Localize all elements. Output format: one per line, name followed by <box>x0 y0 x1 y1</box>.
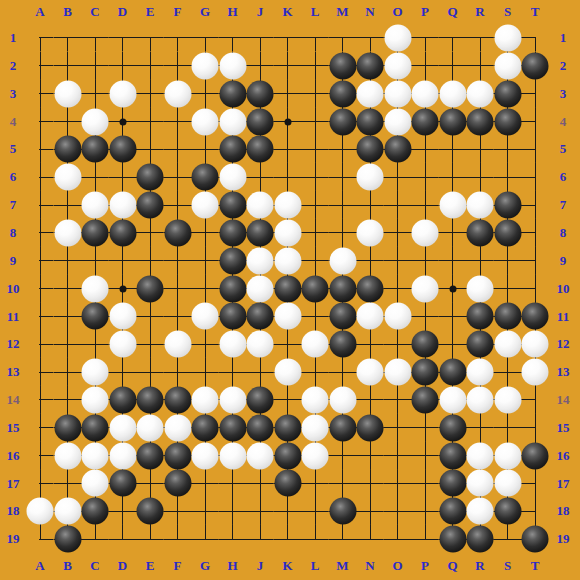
intersection-L14[interactable] <box>301 386 329 414</box>
intersection-C19[interactable] <box>81 525 109 553</box>
intersection-F1[interactable] <box>164 24 192 52</box>
intersection-M12[interactable] <box>329 330 357 358</box>
intersection-N11[interactable] <box>356 303 384 331</box>
intersection-H5[interactable] <box>219 135 247 163</box>
intersection-B1[interactable] <box>54 24 82 52</box>
intersection-Q2[interactable] <box>439 52 467 80</box>
intersection-M19[interactable] <box>329 525 357 553</box>
intersection-E9[interactable] <box>136 247 164 275</box>
intersection-L16[interactable] <box>301 442 329 470</box>
intersection-B9[interactable] <box>54 247 82 275</box>
intersection-J7[interactable] <box>246 191 274 219</box>
intersection-D15[interactable] <box>109 414 137 442</box>
intersection-F18[interactable] <box>164 497 192 525</box>
intersection-R18[interactable] <box>466 497 494 525</box>
intersection-B10[interactable] <box>54 275 82 303</box>
intersection-J1[interactable] <box>246 24 274 52</box>
intersection-M16[interactable] <box>329 442 357 470</box>
intersection-G9[interactable] <box>191 247 219 275</box>
intersection-P5[interactable] <box>411 135 439 163</box>
intersection-C2[interactable] <box>81 52 109 80</box>
intersection-L11[interactable] <box>301 303 329 331</box>
intersection-N6[interactable] <box>356 163 384 191</box>
intersection-D17[interactable] <box>109 470 137 498</box>
intersection-A16[interactable] <box>26 442 54 470</box>
intersection-E17[interactable] <box>136 470 164 498</box>
intersection-T6[interactable] <box>521 163 549 191</box>
intersection-F12[interactable] <box>164 330 192 358</box>
intersection-M10[interactable] <box>329 275 357 303</box>
intersection-J11[interactable] <box>246 303 274 331</box>
intersection-G6[interactable] <box>191 163 219 191</box>
intersection-S16[interactable] <box>494 442 522 470</box>
intersection-T11[interactable] <box>521 303 549 331</box>
intersection-D2[interactable] <box>109 52 137 80</box>
intersection-C13[interactable] <box>81 358 109 386</box>
intersection-D9[interactable] <box>109 247 137 275</box>
intersection-P6[interactable] <box>411 163 439 191</box>
intersection-R11[interactable] <box>466 303 494 331</box>
intersection-O1[interactable] <box>384 24 412 52</box>
intersection-S14[interactable] <box>494 386 522 414</box>
intersection-B14[interactable] <box>54 386 82 414</box>
intersection-B16[interactable] <box>54 442 82 470</box>
intersection-S11[interactable] <box>494 303 522 331</box>
intersection-Q17[interactable] <box>439 470 467 498</box>
intersection-Q11[interactable] <box>439 303 467 331</box>
intersection-G8[interactable] <box>191 219 219 247</box>
intersection-K13[interactable] <box>274 358 302 386</box>
intersection-O8[interactable] <box>384 219 412 247</box>
intersection-G13[interactable] <box>191 358 219 386</box>
intersection-C7[interactable] <box>81 191 109 219</box>
intersection-K19[interactable] <box>274 525 302 553</box>
intersection-S9[interactable] <box>494 247 522 275</box>
intersection-Q14[interactable] <box>439 386 467 414</box>
intersection-E10[interactable] <box>136 275 164 303</box>
intersection-H17[interactable] <box>219 470 247 498</box>
intersection-E19[interactable] <box>136 525 164 553</box>
intersection-C10[interactable] <box>81 275 109 303</box>
intersection-C4[interactable] <box>81 108 109 136</box>
intersection-R19[interactable] <box>466 525 494 553</box>
intersection-B4[interactable] <box>54 108 82 136</box>
intersection-N4[interactable] <box>356 108 384 136</box>
intersection-M9[interactable] <box>329 247 357 275</box>
intersection-D3[interactable] <box>109 80 137 108</box>
intersection-K7[interactable] <box>274 191 302 219</box>
intersection-T14[interactable] <box>521 386 549 414</box>
intersection-T18[interactable] <box>521 497 549 525</box>
intersection-E11[interactable] <box>136 303 164 331</box>
intersection-J13[interactable] <box>246 358 274 386</box>
intersection-A15[interactable] <box>26 414 54 442</box>
intersection-O16[interactable] <box>384 442 412 470</box>
intersection-H16[interactable] <box>219 442 247 470</box>
intersection-K1[interactable] <box>274 24 302 52</box>
intersection-M8[interactable] <box>329 219 357 247</box>
intersection-H1[interactable] <box>219 24 247 52</box>
intersection-E4[interactable] <box>136 108 164 136</box>
intersection-R8[interactable] <box>466 219 494 247</box>
intersection-L6[interactable] <box>301 163 329 191</box>
intersection-L13[interactable] <box>301 358 329 386</box>
intersection-H13[interactable] <box>219 358 247 386</box>
intersection-A8[interactable] <box>26 219 54 247</box>
intersection-A6[interactable] <box>26 163 54 191</box>
intersection-Q8[interactable] <box>439 219 467 247</box>
intersection-R12[interactable] <box>466 330 494 358</box>
intersection-A11[interactable] <box>26 303 54 331</box>
intersection-F19[interactable] <box>164 525 192 553</box>
intersection-A1[interactable] <box>26 24 54 52</box>
intersection-H6[interactable] <box>219 163 247 191</box>
intersection-G19[interactable] <box>191 525 219 553</box>
intersection-P18[interactable] <box>411 497 439 525</box>
intersection-G15[interactable] <box>191 414 219 442</box>
intersection-R6[interactable] <box>466 163 494 191</box>
intersection-N12[interactable] <box>356 330 384 358</box>
intersection-T10[interactable] <box>521 275 549 303</box>
intersection-Q10[interactable] <box>439 275 467 303</box>
intersection-L18[interactable] <box>301 497 329 525</box>
intersection-J9[interactable] <box>246 247 274 275</box>
intersection-P12[interactable] <box>411 330 439 358</box>
intersection-P3[interactable] <box>411 80 439 108</box>
intersection-R1[interactable] <box>466 24 494 52</box>
intersection-S5[interactable] <box>494 135 522 163</box>
intersection-R14[interactable] <box>466 386 494 414</box>
intersection-K16[interactable] <box>274 442 302 470</box>
intersection-K3[interactable] <box>274 80 302 108</box>
intersection-N14[interactable] <box>356 386 384 414</box>
intersection-L5[interactable] <box>301 135 329 163</box>
intersection-T16[interactable] <box>521 442 549 470</box>
intersection-H15[interactable] <box>219 414 247 442</box>
intersection-D18[interactable] <box>109 497 137 525</box>
intersection-Q3[interactable] <box>439 80 467 108</box>
intersection-C15[interactable] <box>81 414 109 442</box>
intersection-A19[interactable] <box>26 525 54 553</box>
intersection-A12[interactable] <box>26 330 54 358</box>
intersection-Q18[interactable] <box>439 497 467 525</box>
intersection-P10[interactable] <box>411 275 439 303</box>
intersection-Q16[interactable] <box>439 442 467 470</box>
intersection-K5[interactable] <box>274 135 302 163</box>
intersection-L10[interactable] <box>301 275 329 303</box>
intersection-B17[interactable] <box>54 470 82 498</box>
intersection-D8[interactable] <box>109 219 137 247</box>
intersection-S18[interactable] <box>494 497 522 525</box>
intersection-S17[interactable] <box>494 470 522 498</box>
intersection-L3[interactable] <box>301 80 329 108</box>
intersection-K4[interactable] <box>274 108 302 136</box>
intersection-N18[interactable] <box>356 497 384 525</box>
intersection-G11[interactable] <box>191 303 219 331</box>
intersection-B18[interactable] <box>54 497 82 525</box>
intersection-R4[interactable] <box>466 108 494 136</box>
intersection-A9[interactable] <box>26 247 54 275</box>
intersection-H7[interactable] <box>219 191 247 219</box>
intersection-F4[interactable] <box>164 108 192 136</box>
intersection-G10[interactable] <box>191 275 219 303</box>
intersection-O19[interactable] <box>384 525 412 553</box>
intersection-A5[interactable] <box>26 135 54 163</box>
intersection-O7[interactable] <box>384 191 412 219</box>
intersection-H19[interactable] <box>219 525 247 553</box>
intersection-O4[interactable] <box>384 108 412 136</box>
intersection-D19[interactable] <box>109 525 137 553</box>
intersection-O11[interactable] <box>384 303 412 331</box>
intersection-M15[interactable] <box>329 414 357 442</box>
intersection-F3[interactable] <box>164 80 192 108</box>
intersection-Q5[interactable] <box>439 135 467 163</box>
intersection-F7[interactable] <box>164 191 192 219</box>
intersection-T15[interactable] <box>521 414 549 442</box>
intersection-C11[interactable] <box>81 303 109 331</box>
intersection-A4[interactable] <box>26 108 54 136</box>
intersection-J2[interactable] <box>246 52 274 80</box>
intersection-G7[interactable] <box>191 191 219 219</box>
intersection-D14[interactable] <box>109 386 137 414</box>
intersection-H18[interactable] <box>219 497 247 525</box>
intersection-T19[interactable] <box>521 525 549 553</box>
intersection-M6[interactable] <box>329 163 357 191</box>
intersection-M11[interactable] <box>329 303 357 331</box>
intersection-K6[interactable] <box>274 163 302 191</box>
intersection-Q9[interactable] <box>439 247 467 275</box>
intersection-L9[interactable] <box>301 247 329 275</box>
intersection-M3[interactable] <box>329 80 357 108</box>
intersection-O3[interactable] <box>384 80 412 108</box>
intersection-F8[interactable] <box>164 219 192 247</box>
intersection-J15[interactable] <box>246 414 274 442</box>
intersection-G2[interactable] <box>191 52 219 80</box>
intersection-T9[interactable] <box>521 247 549 275</box>
intersection-D16[interactable] <box>109 442 137 470</box>
intersection-F10[interactable] <box>164 275 192 303</box>
intersection-P4[interactable] <box>411 108 439 136</box>
intersection-C5[interactable] <box>81 135 109 163</box>
intersection-P13[interactable] <box>411 358 439 386</box>
intersection-O12[interactable] <box>384 330 412 358</box>
intersection-B12[interactable] <box>54 330 82 358</box>
intersection-A10[interactable] <box>26 275 54 303</box>
intersection-C3[interactable] <box>81 80 109 108</box>
intersection-P7[interactable] <box>411 191 439 219</box>
intersection-E16[interactable] <box>136 442 164 470</box>
intersection-B11[interactable] <box>54 303 82 331</box>
intersection-J6[interactable] <box>246 163 274 191</box>
intersection-O15[interactable] <box>384 414 412 442</box>
intersection-O17[interactable] <box>384 470 412 498</box>
intersection-D12[interactable] <box>109 330 137 358</box>
intersection-R7[interactable] <box>466 191 494 219</box>
intersection-R15[interactable] <box>466 414 494 442</box>
intersection-S4[interactable] <box>494 108 522 136</box>
intersection-M5[interactable] <box>329 135 357 163</box>
intersection-B13[interactable] <box>54 358 82 386</box>
intersection-D5[interactable] <box>109 135 137 163</box>
intersection-L2[interactable] <box>301 52 329 80</box>
intersection-N17[interactable] <box>356 470 384 498</box>
intersection-T4[interactable] <box>521 108 549 136</box>
intersection-E6[interactable] <box>136 163 164 191</box>
intersection-D7[interactable] <box>109 191 137 219</box>
intersection-N9[interactable] <box>356 247 384 275</box>
intersection-L8[interactable] <box>301 219 329 247</box>
intersection-P15[interactable] <box>411 414 439 442</box>
intersection-G17[interactable] <box>191 470 219 498</box>
intersection-R10[interactable] <box>466 275 494 303</box>
intersection-R5[interactable] <box>466 135 494 163</box>
intersection-L1[interactable] <box>301 24 329 52</box>
intersection-A13[interactable] <box>26 358 54 386</box>
intersection-B3[interactable] <box>54 80 82 108</box>
intersection-O14[interactable] <box>384 386 412 414</box>
intersection-H4[interactable] <box>219 108 247 136</box>
intersection-G12[interactable] <box>191 330 219 358</box>
intersection-O2[interactable] <box>384 52 412 80</box>
intersection-H3[interactable] <box>219 80 247 108</box>
intersection-N15[interactable] <box>356 414 384 442</box>
intersection-B7[interactable] <box>54 191 82 219</box>
intersection-C14[interactable] <box>81 386 109 414</box>
intersection-F14[interactable] <box>164 386 192 414</box>
intersection-H10[interactable] <box>219 275 247 303</box>
intersection-P2[interactable] <box>411 52 439 80</box>
intersection-F17[interactable] <box>164 470 192 498</box>
intersection-C9[interactable] <box>81 247 109 275</box>
intersection-P14[interactable] <box>411 386 439 414</box>
intersection-S3[interactable] <box>494 80 522 108</box>
intersection-T3[interactable] <box>521 80 549 108</box>
intersection-C17[interactable] <box>81 470 109 498</box>
intersection-S8[interactable] <box>494 219 522 247</box>
intersection-T12[interactable] <box>521 330 549 358</box>
intersection-P8[interactable] <box>411 219 439 247</box>
intersection-K10[interactable] <box>274 275 302 303</box>
intersection-B15[interactable] <box>54 414 82 442</box>
intersection-M4[interactable] <box>329 108 357 136</box>
intersection-B8[interactable] <box>54 219 82 247</box>
intersection-E3[interactable] <box>136 80 164 108</box>
intersection-L12[interactable] <box>301 330 329 358</box>
intersection-S19[interactable] <box>494 525 522 553</box>
intersection-G1[interactable] <box>191 24 219 52</box>
intersection-B5[interactable] <box>54 135 82 163</box>
intersection-J16[interactable] <box>246 442 274 470</box>
intersection-M2[interactable] <box>329 52 357 80</box>
intersection-K14[interactable] <box>274 386 302 414</box>
intersection-T2[interactable] <box>521 52 549 80</box>
intersection-B2[interactable] <box>54 52 82 80</box>
intersection-J12[interactable] <box>246 330 274 358</box>
intersection-P11[interactable] <box>411 303 439 331</box>
intersection-K9[interactable] <box>274 247 302 275</box>
intersection-S10[interactable] <box>494 275 522 303</box>
intersection-Q4[interactable] <box>439 108 467 136</box>
intersection-D11[interactable] <box>109 303 137 331</box>
intersection-N2[interactable] <box>356 52 384 80</box>
intersection-Q15[interactable] <box>439 414 467 442</box>
intersection-N7[interactable] <box>356 191 384 219</box>
intersection-S2[interactable] <box>494 52 522 80</box>
intersection-C6[interactable] <box>81 163 109 191</box>
intersection-K11[interactable] <box>274 303 302 331</box>
intersection-P9[interactable] <box>411 247 439 275</box>
intersection-L7[interactable] <box>301 191 329 219</box>
intersection-K17[interactable] <box>274 470 302 498</box>
intersection-C12[interactable] <box>81 330 109 358</box>
intersection-N3[interactable] <box>356 80 384 108</box>
intersection-M13[interactable] <box>329 358 357 386</box>
intersection-B6[interactable] <box>54 163 82 191</box>
intersection-H11[interactable] <box>219 303 247 331</box>
intersection-D4[interactable] <box>109 108 137 136</box>
intersection-O9[interactable] <box>384 247 412 275</box>
intersection-H8[interactable] <box>219 219 247 247</box>
intersection-D1[interactable] <box>109 24 137 52</box>
intersection-F2[interactable] <box>164 52 192 80</box>
intersection-E5[interactable] <box>136 135 164 163</box>
intersection-F15[interactable] <box>164 414 192 442</box>
intersection-N5[interactable] <box>356 135 384 163</box>
intersection-N13[interactable] <box>356 358 384 386</box>
intersection-T8[interactable] <box>521 219 549 247</box>
intersection-J19[interactable] <box>246 525 274 553</box>
intersection-C8[interactable] <box>81 219 109 247</box>
intersection-E2[interactable] <box>136 52 164 80</box>
intersection-K18[interactable] <box>274 497 302 525</box>
intersection-M1[interactable] <box>329 24 357 52</box>
intersection-Q19[interactable] <box>439 525 467 553</box>
intersection-J3[interactable] <box>246 80 274 108</box>
intersection-O13[interactable] <box>384 358 412 386</box>
intersection-O10[interactable] <box>384 275 412 303</box>
intersection-L4[interactable] <box>301 108 329 136</box>
intersection-E14[interactable] <box>136 386 164 414</box>
intersection-R2[interactable] <box>466 52 494 80</box>
intersection-N8[interactable] <box>356 219 384 247</box>
intersection-F13[interactable] <box>164 358 192 386</box>
intersection-Q1[interactable] <box>439 24 467 52</box>
intersection-L15[interactable] <box>301 414 329 442</box>
intersection-M18[interactable] <box>329 497 357 525</box>
intersection-M7[interactable] <box>329 191 357 219</box>
intersection-T17[interactable] <box>521 470 549 498</box>
intersection-O6[interactable] <box>384 163 412 191</box>
intersection-L19[interactable] <box>301 525 329 553</box>
intersection-S13[interactable] <box>494 358 522 386</box>
intersection-F11[interactable] <box>164 303 192 331</box>
intersection-G3[interactable] <box>191 80 219 108</box>
intersection-R13[interactable] <box>466 358 494 386</box>
intersection-A18[interactable] <box>26 497 54 525</box>
intersection-D10[interactable] <box>109 275 137 303</box>
intersection-G4[interactable] <box>191 108 219 136</box>
intersection-E18[interactable] <box>136 497 164 525</box>
intersection-K2[interactable] <box>274 52 302 80</box>
intersection-H14[interactable] <box>219 386 247 414</box>
intersection-C16[interactable] <box>81 442 109 470</box>
intersection-T5[interactable] <box>521 135 549 163</box>
intersection-E13[interactable] <box>136 358 164 386</box>
intersection-P16[interactable] <box>411 442 439 470</box>
intersection-E7[interactable] <box>136 191 164 219</box>
intersection-D6[interactable] <box>109 163 137 191</box>
intersection-T1[interactable] <box>521 24 549 52</box>
